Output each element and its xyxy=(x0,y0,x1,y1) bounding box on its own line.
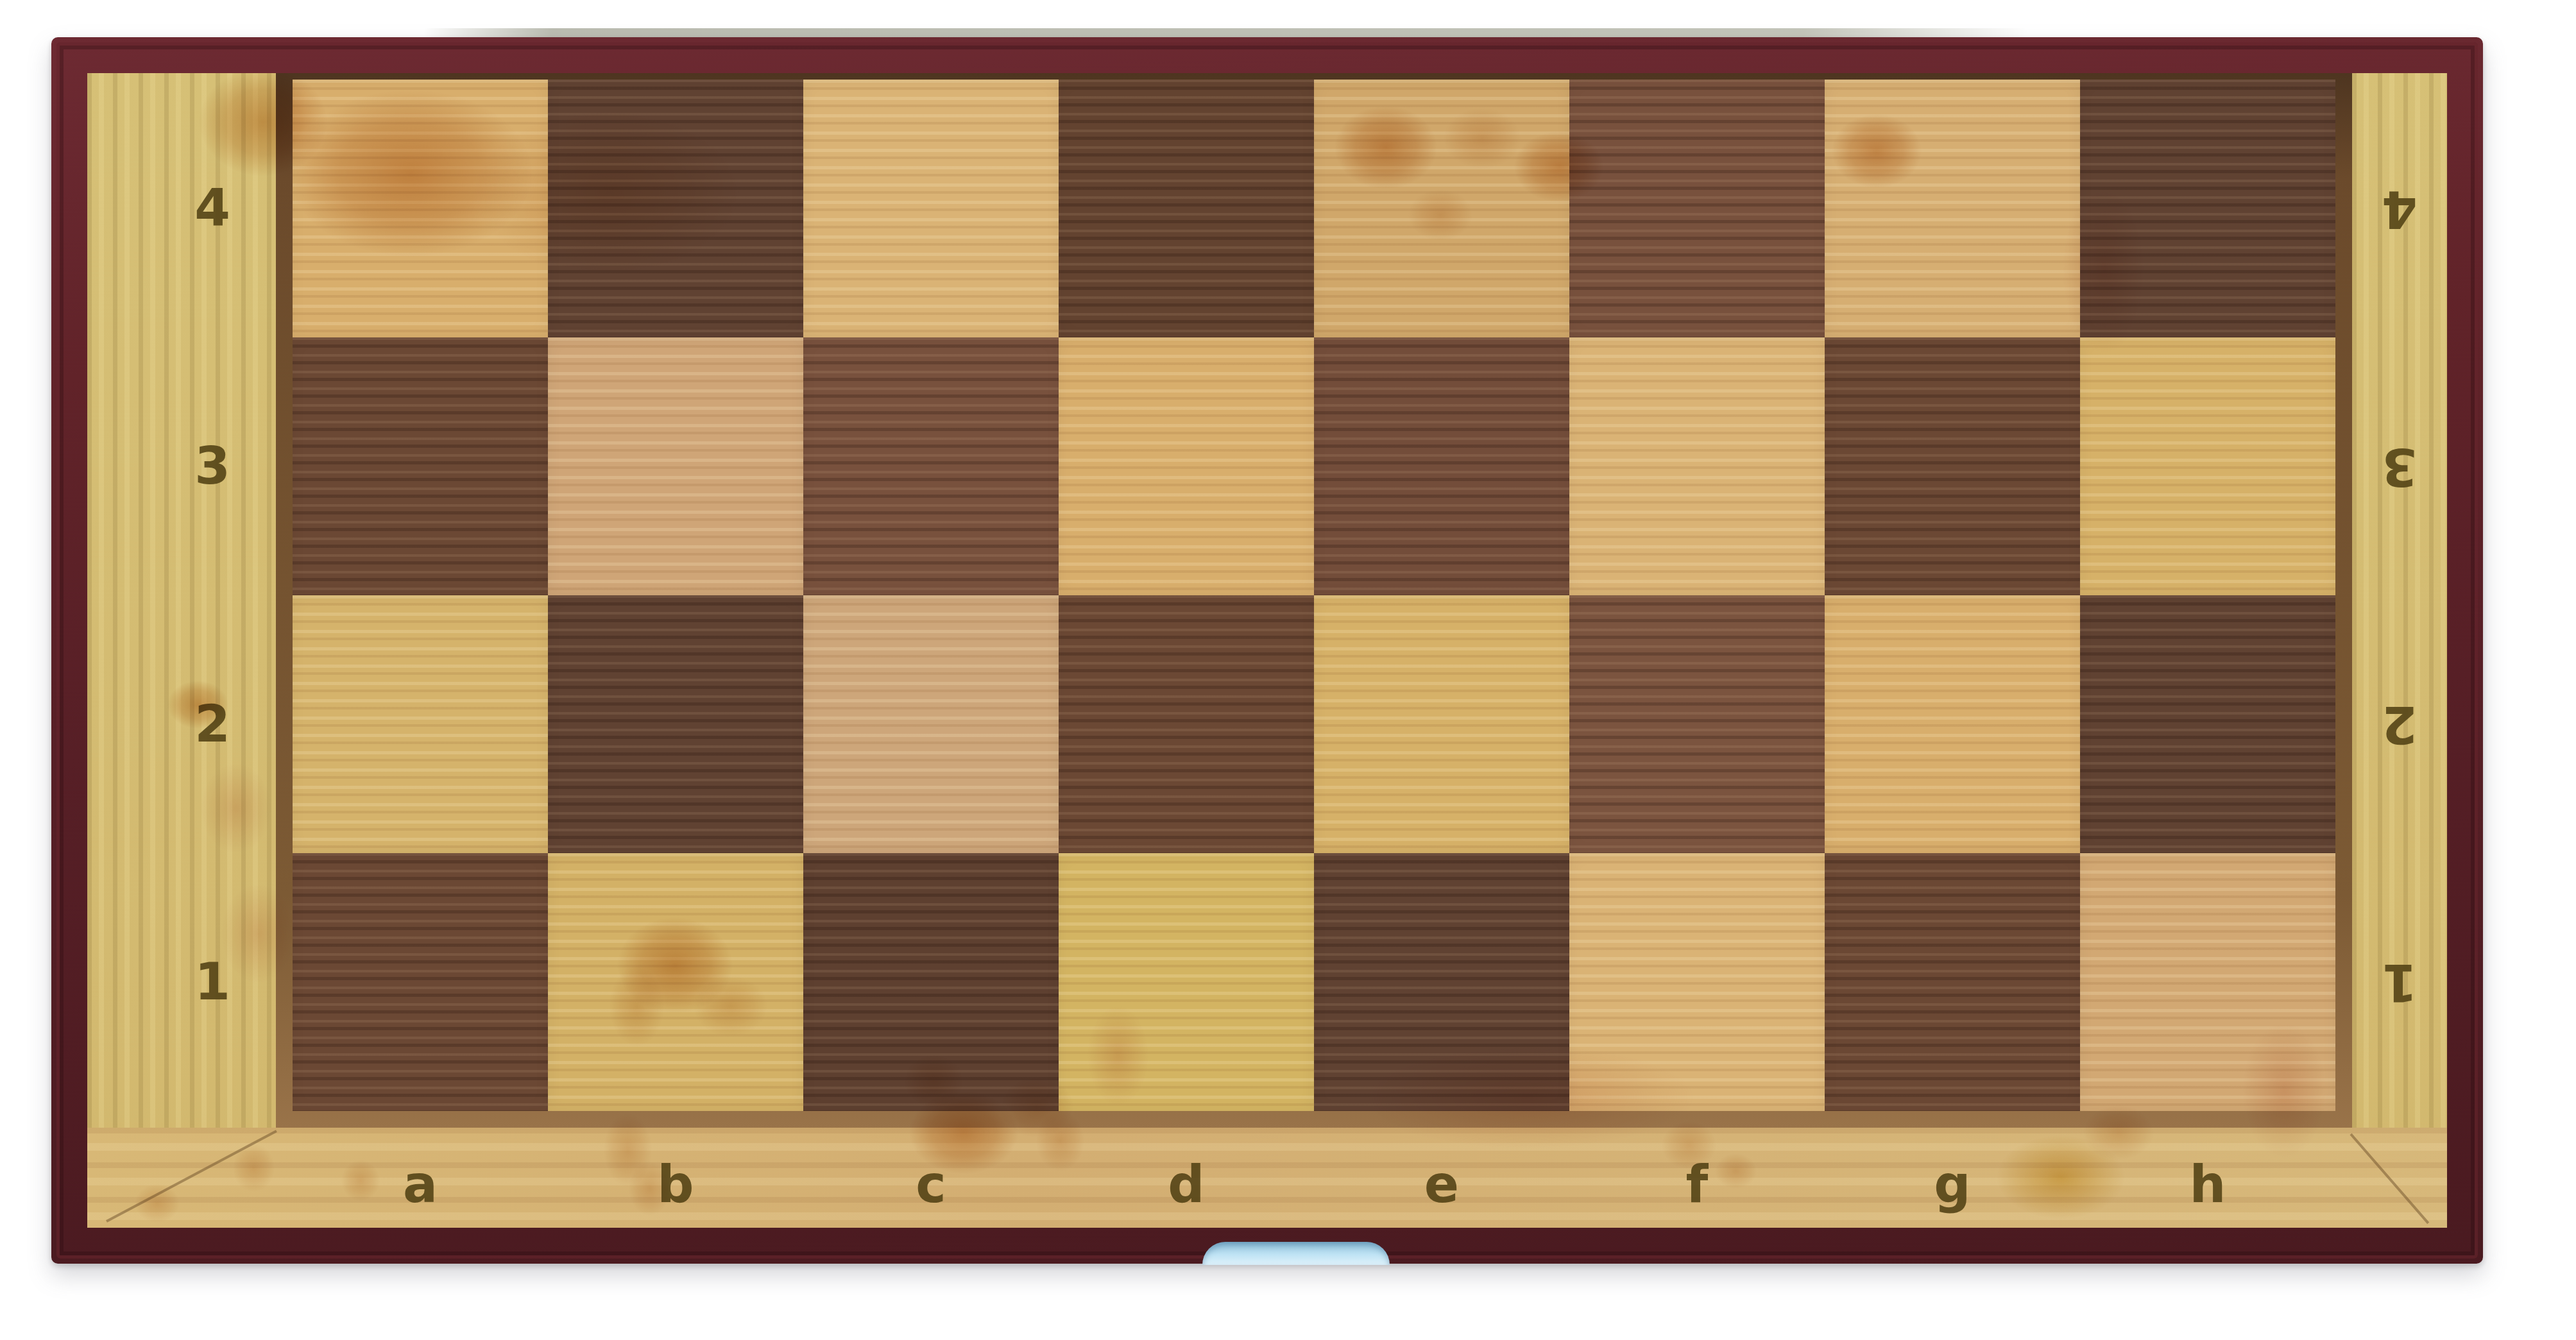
rank-label-left-text-3: 3 xyxy=(194,441,230,492)
file-label-d: d xyxy=(1059,1133,1314,1228)
square-c3[interactable] xyxy=(803,337,1059,595)
square-h2[interactable] xyxy=(2080,595,2335,853)
rank-label-right-text-4: 4 xyxy=(2382,183,2418,234)
file-label-e: e xyxy=(1314,1133,1569,1228)
square-d2[interactable] xyxy=(1059,595,1314,853)
board-wood-surface: 4321 4321 abcdefgh xyxy=(87,73,2447,1228)
file-label-c: c xyxy=(803,1133,1059,1228)
square-f4[interactable] xyxy=(1569,80,1825,337)
rank-label-left-text-1: 1 xyxy=(194,956,230,1008)
square-d1[interactable] xyxy=(1059,853,1314,1111)
rank-label-left-3: 3 xyxy=(87,337,276,595)
square-h4[interactable] xyxy=(2080,80,2335,337)
file-label-g: g xyxy=(1825,1133,2080,1228)
file-label-text-h: h xyxy=(2190,1159,2226,1210)
square-b2[interactable] xyxy=(548,595,803,853)
square-g4[interactable] xyxy=(1825,80,2080,337)
square-h3[interactable] xyxy=(2080,337,2335,595)
rank-label-left-text-2: 2 xyxy=(194,699,230,750)
file-label-text-e: e xyxy=(1424,1159,1459,1210)
square-e2[interactable] xyxy=(1314,595,1569,853)
chessboard-grid xyxy=(293,80,2335,1111)
rank-label-right-4: 4 xyxy=(2352,80,2447,337)
square-b1[interactable] xyxy=(548,853,803,1111)
rank-label-left-4: 4 xyxy=(87,80,276,337)
rank-label-left-2: 2 xyxy=(87,595,276,853)
rank-label-left-text-4: 4 xyxy=(194,183,230,234)
file-label-h: h xyxy=(2080,1133,2335,1228)
square-c1[interactable] xyxy=(803,853,1059,1111)
square-d3[interactable] xyxy=(1059,337,1314,595)
square-e1[interactable] xyxy=(1314,853,1569,1111)
rank-label-right-text-1: 1 xyxy=(2382,956,2418,1008)
square-a3[interactable] xyxy=(293,337,548,595)
square-c2[interactable] xyxy=(803,595,1059,853)
square-c4[interactable] xyxy=(803,80,1059,337)
file-label-text-a: a xyxy=(403,1159,438,1210)
square-f1[interactable] xyxy=(1569,853,1825,1111)
square-a1[interactable] xyxy=(293,853,548,1111)
square-g2[interactable] xyxy=(1825,595,2080,853)
square-e4[interactable] xyxy=(1314,80,1569,337)
photo-of-folding-chessboard: 4321 4321 abcdefgh xyxy=(0,0,2576,1340)
square-a2[interactable] xyxy=(293,595,548,853)
rank-labels-right: 4321 xyxy=(2352,80,2447,1111)
file-label-a: a xyxy=(293,1133,548,1228)
rank-label-right-text-2: 2 xyxy=(2382,699,2418,750)
file-label-f: f xyxy=(1569,1133,1825,1228)
square-h1[interactable] xyxy=(2080,853,2335,1111)
square-a4[interactable] xyxy=(293,80,548,337)
rank-label-right-1: 1 xyxy=(2352,853,2447,1111)
file-labels-bottom: abcdefgh xyxy=(293,1133,2335,1228)
rank-label-right-3: 3 xyxy=(2352,337,2447,595)
file-label-b: b xyxy=(548,1133,803,1228)
rank-label-right-text-3: 3 xyxy=(2382,441,2418,492)
square-f2[interactable] xyxy=(1569,595,1825,853)
rank-label-left-1: 1 xyxy=(87,853,276,1111)
square-b4[interactable] xyxy=(548,80,803,337)
file-label-text-b: b xyxy=(657,1159,694,1210)
square-e3[interactable] xyxy=(1314,337,1569,595)
chessboard-box: 4321 4321 abcdefgh xyxy=(51,37,2483,1264)
finger-notch xyxy=(1202,1242,1390,1265)
file-label-text-f: f xyxy=(1686,1159,1709,1210)
square-d4[interactable] xyxy=(1059,80,1314,337)
square-g3[interactable] xyxy=(1825,337,2080,595)
file-label-text-c: c xyxy=(916,1159,946,1210)
square-b3[interactable] xyxy=(548,337,803,595)
square-f3[interactable] xyxy=(1569,337,1825,595)
rank-labels-left: 4321 xyxy=(87,80,276,1111)
playing-field-frame xyxy=(276,73,2352,1128)
file-label-text-g: g xyxy=(1934,1159,1970,1210)
square-g1[interactable] xyxy=(1825,853,2080,1111)
file-label-text-d: d xyxy=(1168,1159,1204,1210)
rank-label-right-2: 2 xyxy=(2352,595,2447,853)
